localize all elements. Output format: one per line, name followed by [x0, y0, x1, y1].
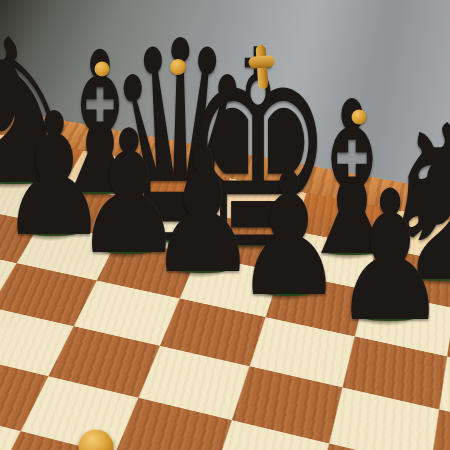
chess-product-photo: ♞♝♟♛♟♚♟♝♟♞♟ [0, 0, 450, 450]
black-pawn-g7-glyph: ♟ [332, 167, 448, 347]
cross-horizontal-bar [248, 56, 275, 70]
black-pawn-f7-glyph: ♟ [234, 150, 344, 320]
black-king-gold-cross-finial [247, 44, 276, 90]
white-piece-finial-gold-head [79, 430, 114, 450]
pieces-layer: ♞♝♟♛♟♚♟♝♟♞♟ [0, 0, 450, 450]
black-bishop-kingside-gold-ball-finial [352, 110, 367, 125]
